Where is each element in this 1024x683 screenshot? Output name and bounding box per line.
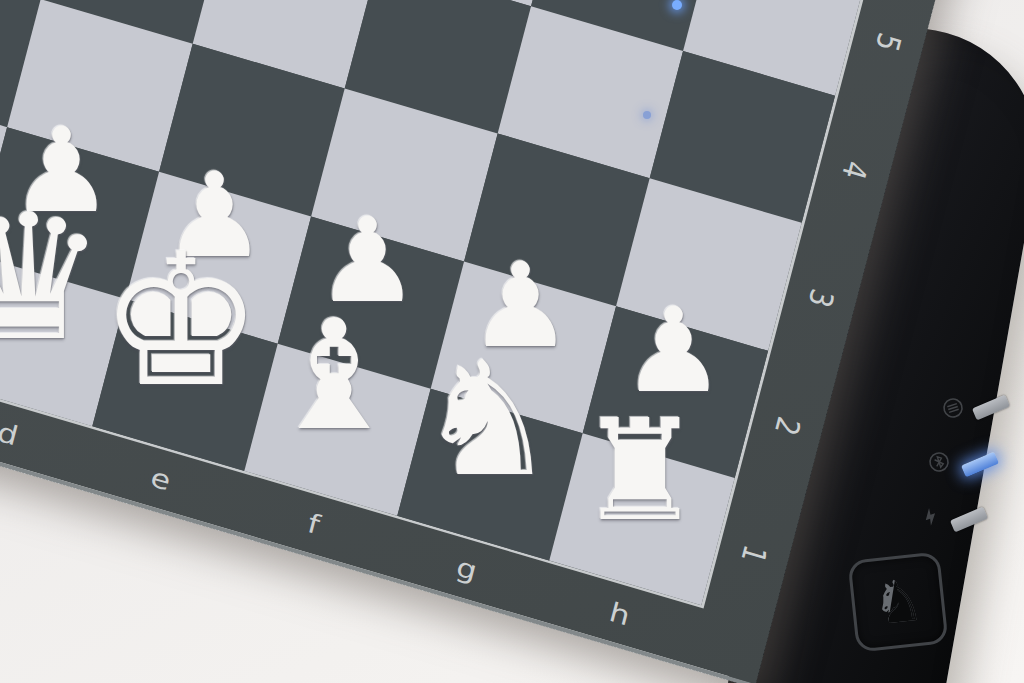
photo-scene: ♞ ♞ abcdefgh 87654321 ♛♚♝♞♜♟♟♟♟♟ bbox=[0, 0, 1024, 683]
menu-lines-icon bbox=[941, 396, 965, 420]
bluetooth-icon bbox=[927, 450, 951, 474]
charging-bolt-icon bbox=[920, 506, 942, 528]
board-corner-led bbox=[672, 0, 682, 10]
board-corner-led bbox=[643, 111, 651, 119]
knight-logo: ♞ ♞ bbox=[847, 551, 948, 652]
